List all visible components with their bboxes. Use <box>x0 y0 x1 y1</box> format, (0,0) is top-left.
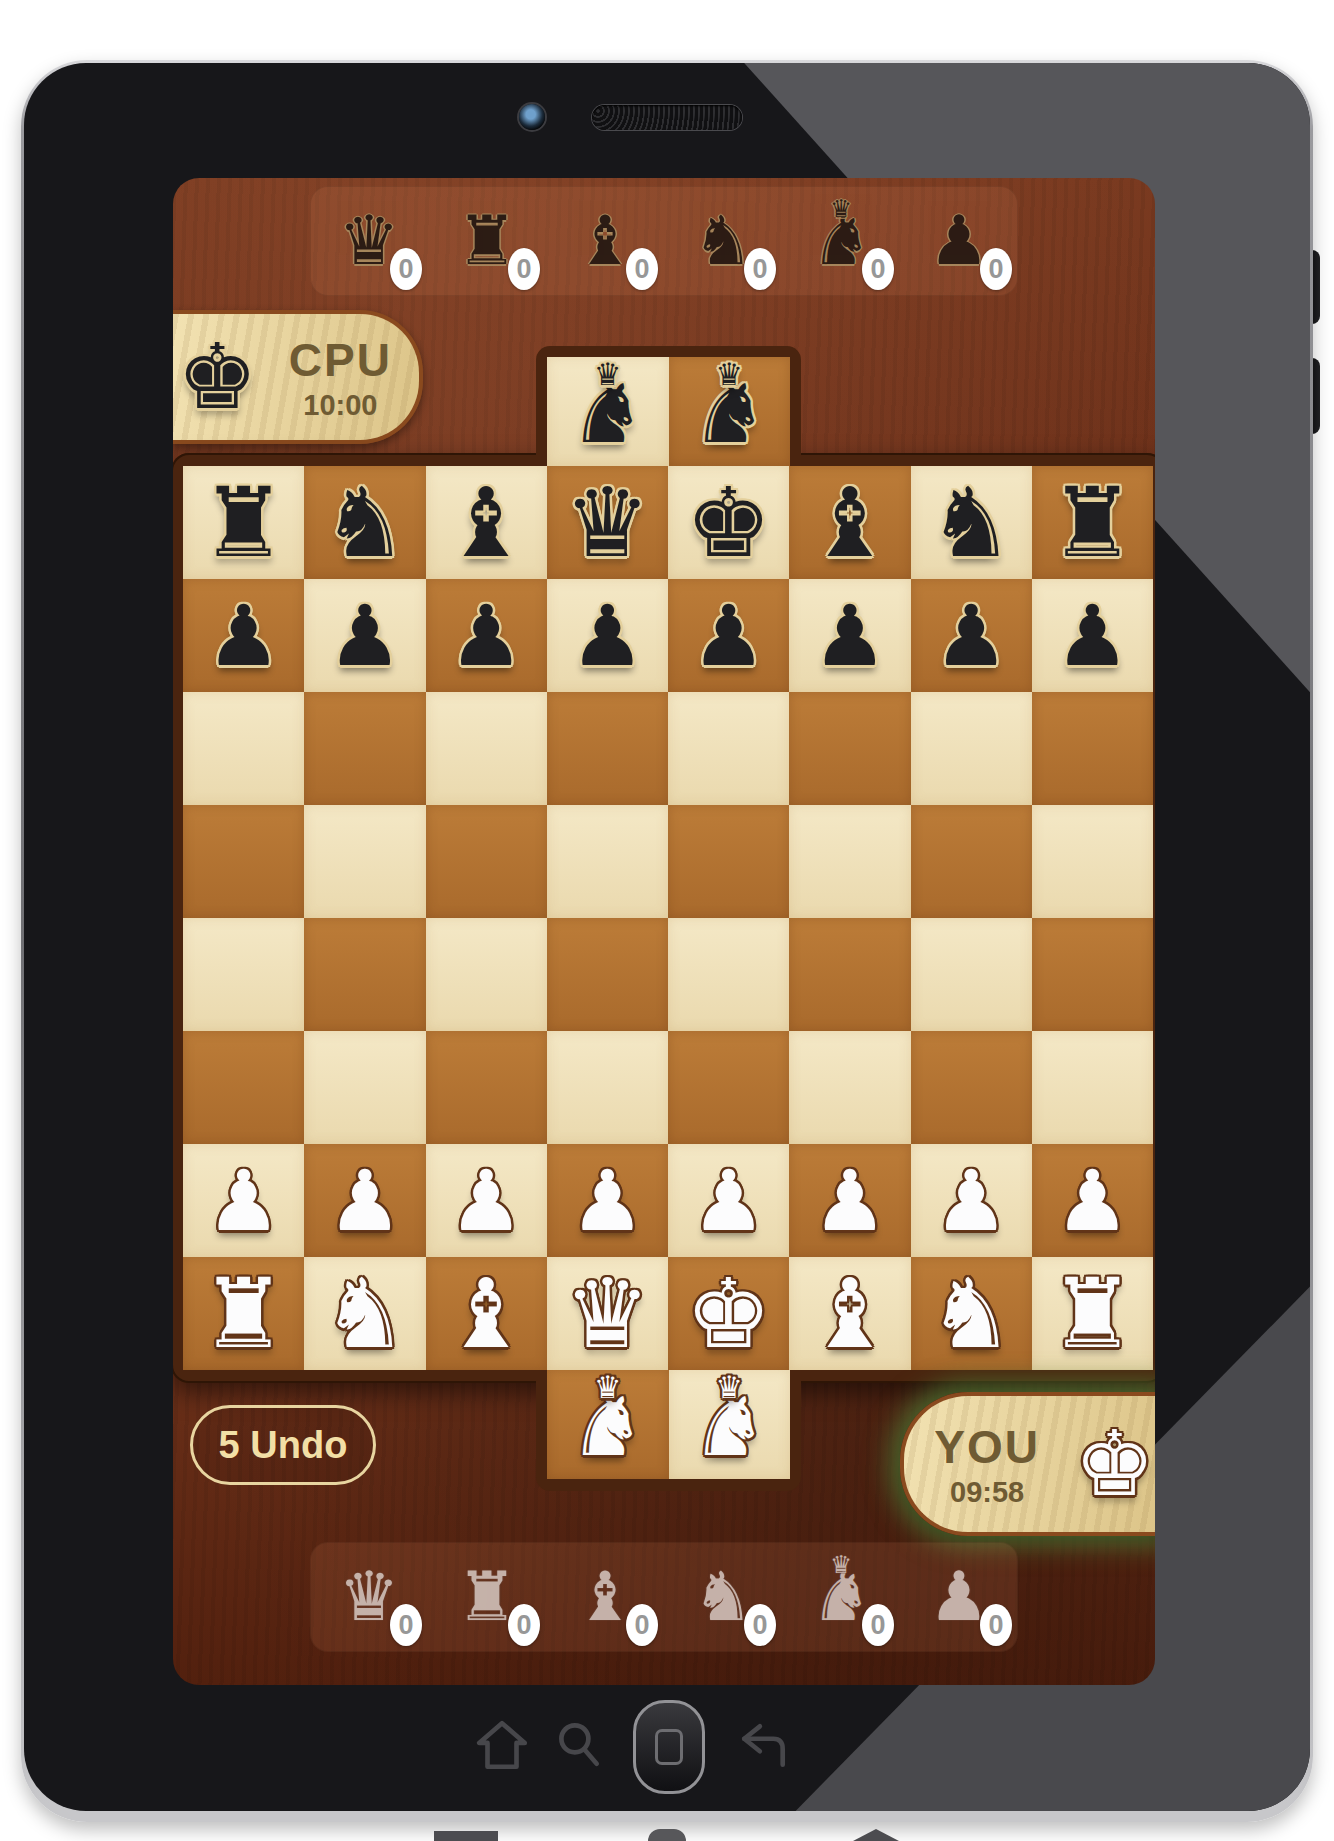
square-f6[interactable] <box>789 692 910 805</box>
giraffe-crown: ♛ <box>830 197 852 221</box>
square-g1[interactable]: ♞ <box>911 1257 1032 1370</box>
capture-count-badge: 0 <box>508 1604 540 1646</box>
square-c2[interactable]: ♟ <box>426 1144 547 1257</box>
white-bishop-icon: ♝ <box>807 1266 893 1362</box>
square-g3[interactable] <box>911 1031 1032 1144</box>
captured-black-pawn: ♟0 <box>900 186 1018 296</box>
black-pawn-icon: ♟ <box>691 594 766 678</box>
white-knight-icon: ♞ <box>928 1266 1014 1362</box>
black-king-icon: ♚ <box>177 332 258 422</box>
square-b5[interactable] <box>304 805 425 918</box>
black-pawn-icon: ♟ <box>448 594 523 678</box>
white-pawn-icon: ♟ <box>327 1159 402 1243</box>
captured-black-rook: ♜0 <box>428 186 546 296</box>
square-f2[interactable]: ♟ <box>789 1144 910 1257</box>
nav-back-icon[interactable] <box>737 1716 791 1778</box>
white-rook-icon: ♜ <box>1049 1266 1135 1362</box>
square-h4[interactable] <box>1032 918 1153 1031</box>
square-f1[interactable]: ♝ <box>789 1257 910 1370</box>
capture-count-badge: 0 <box>626 1604 658 1646</box>
square-g4[interactable] <box>911 918 1032 1031</box>
chess-board: ♜♞♝♛♚♝♞♜♟♟♟♟♟♟♟♟♟♟♟♟♟♟♟♟♜♞♝♛♚♝♞♜ <box>173 453 1155 1383</box>
square-a3[interactable] <box>183 1031 304 1144</box>
black-knight-icon: ♞ <box>322 475 408 571</box>
captured-white-rook: ♜0 <box>428 1542 546 1652</box>
square-a2[interactable]: ♟ <box>183 1144 304 1257</box>
white-giraffe-icon: ♞♛ <box>691 1382 768 1468</box>
white-queen-icon: ♛ <box>564 1266 650 1362</box>
capture-count-badge: 0 <box>744 1604 776 1646</box>
white-pawn-icon: ♟ <box>691 1159 766 1243</box>
square-g6[interactable] <box>911 692 1032 805</box>
square-a6[interactable] <box>183 692 304 805</box>
captured-black-giraffe: ♞♛0 <box>782 186 900 296</box>
black-rook-icon: ♜ <box>201 475 287 571</box>
square-d3[interactable] <box>547 1031 668 1144</box>
white-knight-icon: ♞ <box>322 1266 408 1362</box>
square-g8[interactable]: ♞ <box>911 466 1032 579</box>
black-bishop-icon: ♝ <box>443 475 529 571</box>
square-e8[interactable]: ♚ <box>668 466 789 579</box>
black-king-icon: ♚ <box>686 475 772 571</box>
you-plaque-text: YOU 09:58 <box>904 1420 1070 1509</box>
cpu-plaque-text: CPU 10:00 <box>262 333 419 422</box>
square-b8[interactable]: ♞ <box>304 466 425 579</box>
capture-count-badge: 0 <box>390 248 422 290</box>
captured-white-queen: ♛0 <box>310 1542 428 1652</box>
square-c5[interactable] <box>426 805 547 918</box>
captured-tray-white: ♛0♜0♝0♞0♞♛0♟0 <box>310 1542 1018 1652</box>
square-d7[interactable]: ♟ <box>547 579 668 692</box>
black-pawn-icon: ♟ <box>327 594 402 678</box>
captured-tray-black: ♛0♜0♝0♞0♞♛0♟0 <box>310 186 1018 296</box>
square-a7[interactable]: ♟ <box>183 579 304 692</box>
home-button-glyph <box>655 1729 683 1765</box>
square-e0[interactable]: ♞♛ <box>669 1370 791 1479</box>
square-b2[interactable]: ♟ <box>304 1144 425 1257</box>
capture-count-badge: 0 <box>390 1604 422 1646</box>
square-e3[interactable] <box>668 1031 789 1144</box>
white-bishop-icon: ♝ <box>443 1266 529 1362</box>
square-d4[interactable] <box>547 918 668 1031</box>
captured-black-bishop: ♝0 <box>546 186 664 296</box>
square-d8[interactable]: ♛ <box>547 466 668 579</box>
white-pawn-icon: ♟ <box>448 1159 523 1243</box>
black-bishop-icon: ♝ <box>807 475 893 571</box>
square-a5[interactable] <box>183 805 304 918</box>
white-pawn-icon: ♟ <box>1055 1159 1130 1243</box>
you-player-plaque: YOU 09:58 ♚ <box>900 1392 1155 1536</box>
square-e2[interactable]: ♟ <box>668 1144 789 1257</box>
reserve-row-black: ♞♛♞♛ <box>536 346 801 466</box>
giraffe-crown: ♛ <box>594 1372 622 1403</box>
capture-count-badge: 0 <box>744 248 776 290</box>
square-b1[interactable]: ♞ <box>304 1257 425 1370</box>
giraffe-crown: ♛ <box>715 1372 743 1403</box>
black-giraffe-icon: ♞♛ <box>569 369 646 455</box>
square-d6[interactable] <box>547 692 668 805</box>
square-e4[interactable] <box>668 918 789 1031</box>
captured-white-knight: ♞0 <box>664 1542 782 1652</box>
white-rook-icon: ♜ <box>201 1266 287 1362</box>
square-f4[interactable] <box>789 918 910 1031</box>
square-a1[interactable]: ♜ <box>183 1257 304 1370</box>
caption-fragment-1 <box>434 1831 498 1841</box>
square-f8[interactable]: ♝ <box>789 466 910 579</box>
caption-fragment-2 <box>648 1829 686 1841</box>
cpu-player-plaque: ♚ CPU 10:00 <box>173 310 423 444</box>
page-background: ♛0♜0♝0♞0♞♛0♟0 ♚ CPU 10:00 ♞♛♞♛ ♜♞♝♛♚♝♞♜♟… <box>0 0 1334 1841</box>
square-d9[interactable]: ♞♛ <box>547 357 669 466</box>
you-name-label: YOU <box>934 1420 1040 1474</box>
square-c1[interactable]: ♝ <box>426 1257 547 1370</box>
square-e5[interactable] <box>668 805 789 918</box>
you-clock: 09:58 <box>950 1476 1024 1509</box>
captured-black-knight: ♞0 <box>664 186 782 296</box>
square-g7[interactable]: ♟ <box>911 579 1032 692</box>
nav-search-icon[interactable] <box>551 1714 605 1778</box>
square-h5[interactable] <box>1032 805 1153 918</box>
square-h7[interactable]: ♟ <box>1032 579 1153 692</box>
square-h1[interactable]: ♜ <box>1032 1257 1153 1370</box>
black-pawn-icon: ♟ <box>812 594 887 678</box>
black-pawn-icon: ♟ <box>1055 594 1130 678</box>
square-a4[interactable] <box>183 918 304 1031</box>
white-king-icon: ♚ <box>686 1266 772 1362</box>
square-f7[interactable]: ♟ <box>789 579 910 692</box>
square-f5[interactable] <box>789 805 910 918</box>
capture-count-badge: 0 <box>980 1604 1012 1646</box>
square-h8[interactable]: ♜ <box>1032 466 1153 579</box>
undo-button-label: 5 Undo <box>219 1424 348 1467</box>
square-e7[interactable]: ♟ <box>668 579 789 692</box>
nav-home-icon[interactable] <box>473 1714 531 1780</box>
square-c8[interactable]: ♝ <box>426 466 547 579</box>
cpu-name-label: CPU <box>289 333 392 387</box>
white-pawn-icon: ♟ <box>570 1159 645 1243</box>
black-pawn-icon: ♟ <box>206 594 281 678</box>
captured-white-bishop: ♝0 <box>546 1542 664 1652</box>
captured-white-giraffe: ♞♛0 <box>782 1542 900 1652</box>
square-f3[interactable] <box>789 1031 910 1144</box>
white-giraffe-icon: ♞♛ <box>569 1382 646 1468</box>
square-b6[interactable] <box>304 692 425 805</box>
square-h3[interactable] <box>1032 1031 1153 1144</box>
square-b7[interactable]: ♟ <box>304 579 425 692</box>
square-b3[interactable] <box>304 1031 425 1144</box>
square-h2[interactable]: ♟ <box>1032 1144 1153 1257</box>
capture-count-badge: 0 <box>626 248 658 290</box>
square-d0[interactable]: ♞♛ <box>547 1370 669 1479</box>
square-c4[interactable] <box>426 918 547 1031</box>
square-g5[interactable] <box>911 805 1032 918</box>
square-e1[interactable]: ♚ <box>668 1257 789 1370</box>
capture-count-badge: 0 <box>508 248 540 290</box>
front-camera-icon <box>519 104 545 130</box>
white-pawn-icon: ♟ <box>206 1159 281 1243</box>
capture-count-badge: 0 <box>862 1604 894 1646</box>
capture-count-badge: 0 <box>862 248 894 290</box>
black-pawn-icon: ♟ <box>933 594 1008 678</box>
black-rook-icon: ♜ <box>1049 475 1135 571</box>
square-e6[interactable] <box>668 692 789 805</box>
reserve-row-white: ♞♛♞♛ <box>536 1370 801 1491</box>
cpu-clock: 10:00 <box>303 389 377 422</box>
capture-count-badge: 0 <box>980 248 1012 290</box>
square-h6[interactable] <box>1032 692 1153 805</box>
white-pawn-icon: ♟ <box>812 1159 887 1243</box>
square-d5[interactable] <box>547 805 668 918</box>
square-d2[interactable]: ♟ <box>547 1144 668 1257</box>
speaker-grille-icon <box>592 105 742 130</box>
giraffe-crown: ♛ <box>715 359 743 390</box>
captured-black-queen: ♛0 <box>310 186 428 296</box>
undo-button[interactable]: 5 Undo <box>190 1405 376 1485</box>
black-pawn-icon: ♟ <box>570 594 645 678</box>
caption-fragment-3 <box>853 1829 899 1841</box>
black-knight-icon: ♞ <box>928 475 1014 571</box>
square-c3[interactable] <box>426 1031 547 1144</box>
black-queen-icon: ♛ <box>564 475 650 571</box>
square-c7[interactable]: ♟ <box>426 579 547 692</box>
square-c6[interactable] <box>426 692 547 805</box>
square-d1[interactable]: ♛ <box>547 1257 668 1370</box>
white-king-icon: ♚ <box>1074 1419 1155 1509</box>
captured-white-pawn: ♟0 <box>900 1542 1018 1652</box>
square-b4[interactable] <box>304 918 425 1031</box>
giraffe-crown: ♛ <box>830 1553 852 1577</box>
square-a8[interactable]: ♜ <box>183 466 304 579</box>
nav-home-button[interactable] <box>633 1700 705 1794</box>
black-giraffe-icon: ♞♛ <box>691 369 768 455</box>
chess-board-grid: ♜♞♝♛♚♝♞♜♟♟♟♟♟♟♟♟♟♟♟♟♟♟♟♟♜♞♝♛♚♝♞♜ <box>183 466 1153 1370</box>
giraffe-crown: ♛ <box>594 359 622 390</box>
white-pawn-icon: ♟ <box>933 1159 1008 1243</box>
square-e9[interactable]: ♞♛ <box>669 357 791 466</box>
square-g2[interactable]: ♟ <box>911 1144 1032 1257</box>
chess-app-screen: ♛0♜0♝0♞0♞♛0♟0 ♚ CPU 10:00 ♞♛♞♛ ♜♞♝♛♚♝♞♜♟… <box>173 178 1155 1685</box>
